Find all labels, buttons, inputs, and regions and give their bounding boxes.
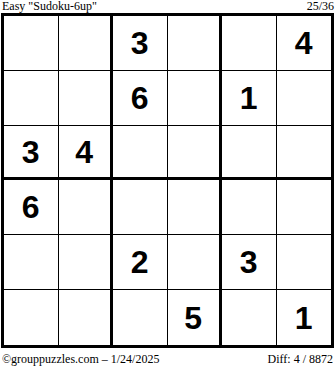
cell-r2c5[interactable]: 1 [222,71,277,126]
cell-r3c6[interactable] [277,126,332,181]
cell-r2c1[interactable] [4,71,59,126]
cell-r3c5[interactable] [222,126,277,181]
difficulty-text: Diff: 4 / 8872 [268,352,333,366]
cell-r1c2[interactable] [59,16,114,71]
cell-r4c6[interactable] [277,180,332,235]
cell-r4c5[interactable] [222,180,277,235]
page-title: Easy "Sudoku-6up" [2,0,97,13]
cell-r5c5[interactable]: 3 [222,235,277,290]
cell-r6c5[interactable] [222,290,277,345]
cell-r1c4[interactable] [168,16,223,71]
cell-r6c1[interactable] [4,290,59,345]
cell-r6c2[interactable] [59,290,114,345]
cell-r3c1[interactable]: 3 [4,126,59,181]
cell-r4c3[interactable] [113,180,168,235]
cell-r6c3[interactable] [113,290,168,345]
cell-r1c6[interactable]: 4 [277,16,332,71]
cell-r4c2[interactable] [59,180,114,235]
cell-r3c4[interactable] [168,126,223,181]
cell-r5c6[interactable] [277,235,332,290]
cell-r2c2[interactable] [59,71,114,126]
cell-r4c4[interactable] [168,180,223,235]
cell-r1c3[interactable]: 3 [113,16,168,71]
cell-r1c1[interactable] [4,16,59,71]
progress-counter: 25/36 [307,0,334,13]
cell-r5c3[interactable]: 2 [113,235,168,290]
cell-r3c3[interactable] [113,126,168,181]
cell-r2c3[interactable]: 6 [113,71,168,126]
cell-r6c6[interactable]: 1 [277,290,332,345]
cell-r2c6[interactable] [277,71,332,126]
cell-r6c4[interactable]: 5 [168,290,223,345]
cell-r5c2[interactable] [59,235,114,290]
footer: ©grouppuzzles.com – 1/24/2025 Diff: 4 / … [0,351,336,370]
cell-r5c1[interactable] [4,235,59,290]
copyright-text: ©grouppuzzles.com – 1/24/2025 [2,352,159,366]
header: Easy "Sudoku-6up" 25/36 [0,0,336,13]
cell-r1c5[interactable] [222,16,277,71]
sudoku-board: 3 4 6 1 3 4 6 2 3 5 1 [1,13,334,348]
cell-r4c1[interactable]: 6 [4,180,59,235]
cell-r2c4[interactable] [168,71,223,126]
cell-r5c4[interactable] [168,235,223,290]
cell-r3c2[interactable]: 4 [59,126,114,181]
